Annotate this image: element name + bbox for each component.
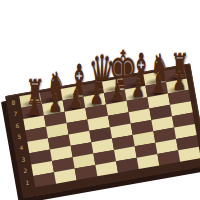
square-f1 (137, 154, 160, 169)
rank-label-6: 6 (12, 123, 22, 129)
square-c1 (75, 165, 98, 180)
rank-label-8: 8 (8, 100, 18, 106)
piece-black-rook-h8: ♜ (170, 49, 183, 83)
square-d1 (95, 161, 118, 176)
rank-label-3: 3 (18, 157, 28, 163)
piece-black-bishop-f8: ♝ (129, 48, 142, 91)
board-grid: ♜♞♝♛♚♝♞♜♟♟♟♟♟♟♟♟ (19, 67, 200, 187)
rank-label-4: 4 (16, 145, 26, 151)
chess-board: 87654321 ♜♞♝♛♚♝♞♜♟♟♟♟♟♟♟♟ (5, 63, 200, 198)
board-frame: 87654321 ♜♞♝♛♚♝♞♜♟♟♟♟♟♟♟♟ (5, 63, 200, 198)
rank-label-1: 1 (22, 180, 32, 186)
piece-black-rook-a8: ♜ (26, 75, 39, 109)
piece-black-knight-g8: ♞ (150, 49, 163, 87)
photo-canvas: 87654321 ♜♞♝♛♚♝♞♜♟♟♟♟♟♟♟♟ (0, 0, 200, 200)
rank-label-7: 7 (10, 111, 20, 117)
rank-label-5: 5 (14, 134, 24, 140)
square-a1 (33, 172, 56, 187)
square-g1 (157, 150, 180, 165)
rank-label-2: 2 (20, 168, 30, 174)
square-b1 (54, 169, 77, 184)
square-e1 (116, 158, 139, 173)
square-h1 (178, 147, 200, 162)
piece-black-knight-b8: ♞ (46, 67, 59, 105)
piece-black-bishop-c8: ♝ (67, 59, 80, 102)
piece-black-king-e8: ♚ (109, 44, 122, 96)
piece-black-queen-d8: ♛ (88, 49, 101, 99)
